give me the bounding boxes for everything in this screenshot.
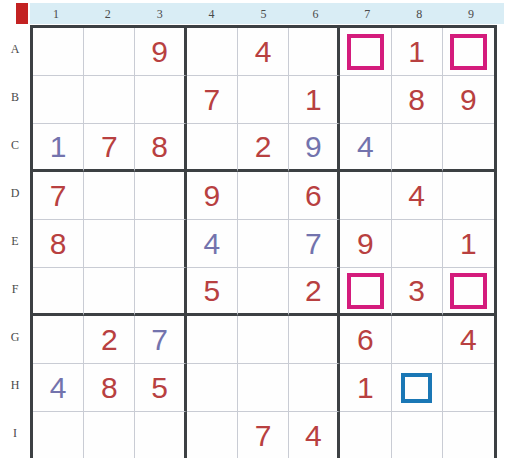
cell-H6[interactable] bbox=[289, 364, 340, 412]
cell-E7[interactable]: 9 bbox=[340, 220, 391, 268]
given-digit-E7: 9 bbox=[357, 229, 374, 259]
given-digit-D4: 9 bbox=[203, 181, 220, 211]
given-digit-F4: 5 bbox=[203, 276, 220, 306]
cell-F4[interactable]: 5 bbox=[187, 268, 238, 316]
magenta-highlight-box-F7[interactable] bbox=[347, 273, 384, 309]
column-label-7: 7 bbox=[341, 3, 393, 24]
cell-G7[interactable]: 6 bbox=[340, 316, 391, 364]
cell-I1[interactable] bbox=[33, 412, 84, 458]
cell-H7[interactable]: 1 bbox=[340, 364, 391, 412]
cell-A7[interactable] bbox=[340, 28, 391, 76]
cell-C8[interactable] bbox=[392, 124, 443, 172]
cell-F7[interactable] bbox=[340, 268, 391, 316]
given-digit-F8: 3 bbox=[408, 276, 425, 306]
row-label-A: A bbox=[0, 25, 30, 73]
cell-H2[interactable]: 8 bbox=[84, 364, 135, 412]
column-label-1: 1 bbox=[30, 3, 82, 24]
cell-A8[interactable]: 1 bbox=[392, 28, 443, 76]
cell-B1[interactable] bbox=[33, 76, 84, 124]
cell-D5[interactable] bbox=[238, 172, 289, 220]
cell-A3[interactable]: 9 bbox=[135, 28, 186, 76]
magenta-highlight-box-A7[interactable] bbox=[347, 34, 384, 70]
column-label-8: 8 bbox=[393, 3, 445, 24]
cell-E1[interactable]: 8 bbox=[33, 220, 84, 268]
cell-E6[interactable]: 7 bbox=[289, 220, 340, 268]
given-digit-C3: 8 bbox=[151, 132, 168, 162]
magenta-highlight-box-F9[interactable] bbox=[450, 273, 487, 309]
cell-H5[interactable] bbox=[238, 364, 289, 412]
given-digit-G9: 4 bbox=[460, 325, 477, 355]
cell-I2[interactable] bbox=[84, 412, 135, 458]
given-digit-F6: 2 bbox=[305, 276, 322, 306]
row-label-H: H bbox=[0, 362, 30, 410]
cell-D4[interactable]: 9 bbox=[187, 172, 238, 220]
row-label-D: D bbox=[0, 169, 30, 217]
cell-E2[interactable] bbox=[84, 220, 135, 268]
cell-D7[interactable] bbox=[340, 172, 391, 220]
cell-D8[interactable]: 4 bbox=[392, 172, 443, 220]
cell-B3[interactable] bbox=[135, 76, 186, 124]
row-labels: ABCDEFGHI bbox=[0, 25, 30, 458]
given-digit-A8: 1 bbox=[408, 37, 425, 67]
cell-I7[interactable] bbox=[340, 412, 391, 458]
cell-D9[interactable] bbox=[443, 172, 494, 220]
cell-G5[interactable] bbox=[238, 316, 289, 364]
magenta-highlight-box-A9[interactable] bbox=[450, 34, 487, 70]
row-label-C: C bbox=[0, 121, 30, 169]
row-label-B: B bbox=[0, 73, 30, 121]
cell-B4[interactable]: 7 bbox=[187, 76, 238, 124]
cell-C7[interactable]: 4 bbox=[340, 124, 391, 172]
column-label-6: 6 bbox=[289, 3, 341, 24]
cell-D1[interactable]: 7 bbox=[33, 172, 84, 220]
given-digit-D1: 7 bbox=[50, 181, 67, 211]
cell-C5[interactable]: 2 bbox=[238, 124, 289, 172]
cell-F1[interactable] bbox=[33, 268, 84, 316]
entered-digit-G3: 7 bbox=[151, 325, 168, 355]
column-label-3: 3 bbox=[134, 3, 186, 24]
given-digit-G7: 6 bbox=[357, 325, 374, 355]
given-digit-B8: 8 bbox=[408, 85, 425, 115]
cell-G1[interactable] bbox=[33, 316, 84, 364]
cell-H9[interactable] bbox=[443, 364, 494, 412]
cell-A4[interactable] bbox=[187, 28, 238, 76]
entered-digit-H1: 4 bbox=[50, 373, 67, 403]
given-digit-A3: 9 bbox=[151, 37, 168, 67]
sudoku-grid: 94171891782947964847915232764485174 bbox=[30, 25, 497, 458]
column-label-2: 2 bbox=[82, 3, 134, 24]
sudoku-app-window: 123456789 ABCDEFGHI 94171891782947964847… bbox=[0, 0, 507, 458]
given-digit-E1: 8 bbox=[50, 229, 67, 259]
cell-H1[interactable]: 4 bbox=[33, 364, 84, 412]
given-digit-I6: 4 bbox=[305, 421, 322, 451]
cell-C9[interactable] bbox=[443, 124, 494, 172]
cell-G9[interactable]: 4 bbox=[443, 316, 494, 364]
cell-B2[interactable] bbox=[84, 76, 135, 124]
column-label-4: 4 bbox=[186, 3, 238, 24]
cell-H8[interactable] bbox=[392, 364, 443, 412]
given-digit-H7: 1 bbox=[357, 373, 374, 403]
cell-C3[interactable]: 8 bbox=[135, 124, 186, 172]
given-digit-I5: 7 bbox=[255, 421, 272, 451]
cell-I3[interactable] bbox=[135, 412, 186, 458]
entered-digit-C7: 4 bbox=[357, 132, 374, 162]
cell-I8[interactable] bbox=[392, 412, 443, 458]
cell-I4[interactable] bbox=[187, 412, 238, 458]
given-digit-B4: 7 bbox=[203, 85, 220, 115]
blue-highlight-box-H8[interactable] bbox=[401, 373, 432, 403]
row-label-I: I bbox=[0, 410, 30, 458]
cell-A5[interactable]: 4 bbox=[238, 28, 289, 76]
cell-B8[interactable]: 8 bbox=[392, 76, 443, 124]
entered-digit-E4: 4 bbox=[203, 229, 220, 259]
cell-E5[interactable] bbox=[238, 220, 289, 268]
row-label-F: F bbox=[0, 266, 30, 314]
cell-G2[interactable]: 2 bbox=[84, 316, 135, 364]
entered-digit-C6: 9 bbox=[305, 132, 322, 162]
cell-C4[interactable] bbox=[187, 124, 238, 172]
cell-B6[interactable]: 1 bbox=[289, 76, 340, 124]
cell-E8[interactable] bbox=[392, 220, 443, 268]
cell-G4[interactable] bbox=[187, 316, 238, 364]
red-square-icon bbox=[16, 3, 28, 24]
cell-F9[interactable] bbox=[443, 268, 494, 316]
entered-digit-C1: 1 bbox=[50, 132, 67, 162]
cell-A9[interactable] bbox=[443, 28, 494, 76]
cell-A2[interactable] bbox=[84, 28, 135, 76]
given-digit-E9: 1 bbox=[460, 229, 477, 259]
given-digit-B9: 9 bbox=[460, 85, 477, 115]
given-digit-D8: 4 bbox=[408, 181, 425, 211]
column-label-5: 5 bbox=[238, 3, 290, 24]
cell-C2[interactable]: 7 bbox=[84, 124, 135, 172]
cell-E3[interactable] bbox=[135, 220, 186, 268]
cell-A6[interactable] bbox=[289, 28, 340, 76]
cell-F6[interactable]: 2 bbox=[289, 268, 340, 316]
cell-F3[interactable] bbox=[135, 268, 186, 316]
cell-F8[interactable]: 3 bbox=[392, 268, 443, 316]
cell-A1[interactable] bbox=[33, 28, 84, 76]
cell-E9[interactable]: 1 bbox=[443, 220, 494, 268]
cell-B9[interactable]: 9 bbox=[443, 76, 494, 124]
cell-D2[interactable] bbox=[84, 172, 135, 220]
cell-B5[interactable] bbox=[238, 76, 289, 124]
row-label-G: G bbox=[0, 314, 30, 362]
cell-H4[interactable] bbox=[187, 364, 238, 412]
cell-I5[interactable]: 7 bbox=[238, 412, 289, 458]
cell-I6[interactable]: 4 bbox=[289, 412, 340, 458]
cell-F2[interactable] bbox=[84, 268, 135, 316]
given-digit-H3: 5 bbox=[151, 373, 168, 403]
column-label-9: 9 bbox=[445, 3, 497, 24]
given-digit-G2: 2 bbox=[101, 325, 118, 355]
cell-D3[interactable] bbox=[135, 172, 186, 220]
given-digit-D6: 6 bbox=[305, 181, 322, 211]
cell-G3[interactable]: 7 bbox=[135, 316, 186, 364]
cell-F5[interactable] bbox=[238, 268, 289, 316]
cell-G6[interactable] bbox=[289, 316, 340, 364]
row-label-E: E bbox=[0, 217, 30, 265]
cell-E4[interactable]: 4 bbox=[187, 220, 238, 268]
given-digit-C2: 7 bbox=[101, 132, 118, 162]
given-digit-C5: 2 bbox=[255, 132, 272, 162]
cell-H3[interactable]: 5 bbox=[135, 364, 186, 412]
given-digit-B6: 1 bbox=[305, 85, 322, 115]
cell-C6[interactable]: 9 bbox=[289, 124, 340, 172]
given-digit-A5: 4 bbox=[255, 37, 272, 67]
cell-G8[interactable] bbox=[392, 316, 443, 364]
column-header: 123456789 bbox=[30, 3, 504, 24]
cell-I9[interactable] bbox=[443, 412, 494, 458]
cell-D6[interactable]: 6 bbox=[289, 172, 340, 220]
entered-digit-E6: 7 bbox=[305, 229, 322, 259]
given-digit-H2: 8 bbox=[101, 373, 118, 403]
cell-B7[interactable] bbox=[340, 76, 391, 124]
cell-C1[interactable]: 1 bbox=[33, 124, 84, 172]
